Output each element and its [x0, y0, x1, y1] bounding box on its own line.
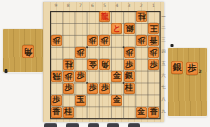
shogi-piece-55[interactable]: 角: [99, 59, 110, 70]
shogi-piece-19[interactable]: 香: [148, 107, 159, 118]
shogi-piece-13[interactable]: 香: [148, 35, 159, 46]
toolbar-button-1[interactable]: [44, 123, 57, 127]
shogi-piece-57[interactable]: 歩: [99, 83, 110, 94]
shogi-piece-87[interactable]: 歩: [63, 83, 74, 94]
shogi-piece-23[interactable]: 歩: [136, 35, 147, 46]
shogi-piece-76[interactable]: 歩: [75, 71, 86, 82]
shogi-piece-74[interactable]: 歩: [75, 47, 86, 58]
file-label-1: 1: [147, 4, 159, 9]
file-label-4: 4: [111, 4, 123, 9]
file-label-6: 6: [87, 4, 99, 9]
gote-piece-stand[interactable]: 角: [3, 29, 43, 72]
rank-label-3: 三: [161, 38, 166, 43]
file-label-2: 2: [135, 4, 147, 9]
rank-label-7: 七: [161, 86, 166, 91]
shogi-piece-14[interactable]: 歩: [148, 47, 159, 58]
shogi-piece-29[interactable]: 金: [136, 107, 147, 118]
rank-label-5: 五: [161, 62, 166, 67]
shogi-piece-12[interactable]: 王: [148, 23, 159, 34]
rank-label-2: 二: [161, 26, 166, 31]
sente-hand-piece-歩[interactable]: 歩: [186, 62, 198, 75]
toolbar-button-3[interactable]: [88, 123, 99, 127]
file-label-7: 7: [74, 4, 86, 9]
rank-label-4: 四: [161, 50, 166, 55]
sente-hand-piece-銀[interactable]: 銀: [171, 61, 183, 74]
shogi-piece-15[interactable]: 歩: [148, 59, 159, 70]
sente-hand-count: 2: [199, 70, 202, 75]
shogi-piece-85[interactable]: 桂: [63, 59, 74, 70]
shogi-piece-78[interactable]: 玉: [75, 95, 86, 106]
shogi-piece-51[interactable]: 龍: [99, 11, 110, 22]
file-label-5: 5: [99, 4, 111, 9]
gote-hand-piece-角[interactable]: 角: [22, 45, 34, 58]
toolbar-button-2[interactable]: [66, 123, 79, 127]
rank-label-8: 八: [161, 98, 166, 103]
shogi-piece-42[interactable]: と: [111, 23, 122, 34]
shogi-piece-46[interactable]: 金: [111, 71, 122, 82]
sente-piece-stand[interactable]: 銀歩2: [168, 48, 207, 116]
shogi-piece-65[interactable]: 金: [87, 59, 98, 70]
rank-label-6: 六: [161, 74, 166, 79]
shogi-piece-37[interactable]: 桂: [124, 83, 135, 94]
rank-label-1: 一: [161, 15, 166, 20]
toolbar-button-5[interactable]: [128, 123, 140, 127]
file-label-9: 9: [50, 4, 62, 9]
shogi-piece-67[interactable]: 歩: [87, 83, 98, 94]
rank-label-9: 九: [161, 110, 166, 115]
shogi-piece-34[interactable]: 歩: [124, 47, 135, 58]
toolbar-button-4[interactable]: [107, 123, 119, 127]
shogi-piece-89[interactable]: 桂: [63, 107, 74, 118]
shogi-piece-63[interactable]: 歩: [87, 35, 98, 46]
shogi-piece-48[interactable]: 金: [111, 95, 122, 106]
file-label-3: 3: [123, 4, 135, 9]
shogi-piece-32[interactable]: 銀: [124, 23, 135, 34]
shogi-piece-53[interactable]: 歩: [99, 35, 110, 46]
shogi-piece-98[interactable]: 歩: [51, 95, 62, 106]
shogi-app: 角 987654321 一二三四五六七八九 龍桂と銀王歩歩歩歩香歩歩歩桂金角歩歩…: [0, 0, 210, 127]
file-label-8: 8: [62, 4, 74, 9]
shogi-piece-99[interactable]: 香: [51, 107, 62, 118]
shogi-piece-21[interactable]: 桂: [136, 11, 147, 22]
shogi-board[interactable]: 987654321 一二三四五六七八九 龍桂と銀王歩歩歩歩香歩歩歩桂金角歩歩飛歩…: [43, 2, 164, 122]
shogi-piece-86[interactable]: 歩: [63, 71, 74, 82]
shogi-piece-96[interactable]: 飛: [51, 71, 62, 82]
shogi-piece-35[interactable]: 歩: [124, 59, 135, 70]
shogi-piece-36[interactable]: 銀: [124, 71, 135, 82]
shogi-piece-93[interactable]: 歩: [51, 35, 62, 46]
